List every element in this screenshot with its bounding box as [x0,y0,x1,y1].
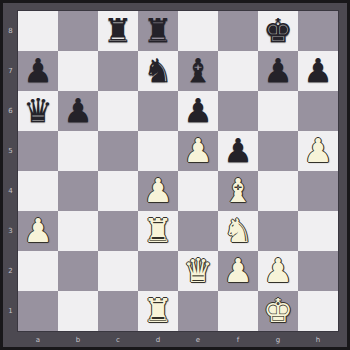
file-label-h: h [298,333,338,347]
square-g7[interactable]: ♟ [258,51,298,91]
square-b4[interactable] [58,171,98,211]
piece-white-pawn[interactable]: ♟ [218,251,258,291]
square-g8[interactable]: ♚ [258,11,298,51]
piece-black-queen[interactable]: ♛ [18,91,58,131]
square-c2[interactable] [98,251,138,291]
piece-white-bishop[interactable]: ♝ [218,171,258,211]
file-label-c: c [98,333,138,347]
piece-white-queen[interactable]: ♛ [178,251,218,291]
piece-black-pawn[interactable]: ♟ [18,51,58,91]
square-h2[interactable] [298,251,338,291]
square-d7[interactable]: ♞ [138,51,178,91]
square-f4[interactable]: ♝ [218,171,258,211]
rank-label-3: 3 [3,211,18,251]
square-c1[interactable] [98,291,138,331]
piece-black-knight[interactable]: ♞ [138,51,178,91]
rank-label-7: 7 [3,51,18,91]
piece-white-pawn[interactable]: ♟ [258,251,298,291]
piece-black-pawn[interactable]: ♟ [178,91,218,131]
rank-labels: 87654321 [3,11,18,331]
square-g3[interactable] [258,211,298,251]
rank-label-8: 8 [3,11,18,51]
piece-black-pawn[interactable]: ♟ [258,51,298,91]
piece-black-pawn[interactable]: ♟ [58,91,98,131]
file-label-b: b [58,333,98,347]
square-h4[interactable] [298,171,338,211]
rank-label-1: 1 [3,291,18,331]
piece-white-knight[interactable]: ♞ [218,211,258,251]
rank-label-6: 6 [3,91,18,131]
file-label-f: f [218,333,258,347]
square-h1[interactable] [298,291,338,331]
square-f8[interactable] [218,11,258,51]
square-g6[interactable] [258,91,298,131]
square-a7[interactable]: ♟ [18,51,58,91]
square-d2[interactable] [138,251,178,291]
square-a8[interactable] [18,11,58,51]
square-d1[interactable]: ♜ [138,291,178,331]
square-a1[interactable] [18,291,58,331]
square-c7[interactable] [98,51,138,91]
chess-board: ♜♜♚♟♞♝♟♟♛♟♟♟♟♟♟♝♟♜♞♛♟♟♜♚ [18,11,338,331]
piece-black-rook[interactable]: ♜ [98,11,138,51]
piece-black-rook[interactable]: ♜ [138,11,178,51]
piece-white-pawn[interactable]: ♟ [138,171,178,211]
piece-white-pawn[interactable]: ♟ [298,131,338,171]
square-e2[interactable]: ♛ [178,251,218,291]
square-f3[interactable]: ♞ [218,211,258,251]
square-d6[interactable] [138,91,178,131]
square-b8[interactable] [58,11,98,51]
square-f7[interactable] [218,51,258,91]
rank-label-2: 2 [3,251,18,291]
square-h6[interactable] [298,91,338,131]
square-a5[interactable] [18,131,58,171]
square-h7[interactable]: ♟ [298,51,338,91]
piece-white-rook[interactable]: ♜ [138,291,178,331]
square-e7[interactable]: ♝ [178,51,218,91]
square-c8[interactable]: ♜ [98,11,138,51]
square-g4[interactable] [258,171,298,211]
square-c3[interactable] [98,211,138,251]
square-a6[interactable]: ♛ [18,91,58,131]
square-h8[interactable] [298,11,338,51]
square-b1[interactable] [58,291,98,331]
square-e5[interactable]: ♟ [178,131,218,171]
square-a4[interactable] [18,171,58,211]
square-c4[interactable] [98,171,138,211]
square-g5[interactable] [258,131,298,171]
square-b3[interactable] [58,211,98,251]
square-g2[interactable]: ♟ [258,251,298,291]
square-f6[interactable] [218,91,258,131]
square-e4[interactable] [178,171,218,211]
piece-white-pawn[interactable]: ♟ [178,131,218,171]
piece-white-pawn[interactable]: ♟ [18,211,58,251]
square-c6[interactable] [98,91,138,131]
square-e3[interactable] [178,211,218,251]
square-e1[interactable] [178,291,218,331]
square-d4[interactable]: ♟ [138,171,178,211]
square-e6[interactable]: ♟ [178,91,218,131]
square-a2[interactable] [18,251,58,291]
square-b2[interactable] [58,251,98,291]
square-h5[interactable]: ♟ [298,131,338,171]
piece-black-king[interactable]: ♚ [258,11,298,51]
file-label-a: a [18,333,58,347]
square-b6[interactable]: ♟ [58,91,98,131]
square-h3[interactable] [298,211,338,251]
file-label-d: d [138,333,178,347]
square-d5[interactable] [138,131,178,171]
square-e8[interactable] [178,11,218,51]
square-b5[interactable] [58,131,98,171]
piece-white-king[interactable]: ♚ [258,291,298,331]
rank-label-5: 5 [3,131,18,171]
square-f1[interactable] [218,291,258,331]
square-g1[interactable]: ♚ [258,291,298,331]
square-c5[interactable] [98,131,138,171]
chess-board-frame: 87654321 abcdefgh ♜♜♚♟♞♝♟♟♛♟♟♟♟♟♟♝♟♜♞♛♟♟… [0,0,350,350]
piece-black-pawn[interactable]: ♟ [218,131,258,171]
square-d3[interactable]: ♜ [138,211,178,251]
piece-black-bishop[interactable]: ♝ [178,51,218,91]
square-a3[interactable]: ♟ [18,211,58,251]
square-b7[interactable] [58,51,98,91]
file-label-g: g [258,333,298,347]
rank-label-4: 4 [3,171,18,211]
piece-black-pawn[interactable]: ♟ [298,51,338,91]
square-f5[interactable]: ♟ [218,131,258,171]
piece-white-rook[interactable]: ♜ [138,211,178,251]
file-label-e: e [178,333,218,347]
square-d8[interactable]: ♜ [138,11,178,51]
square-f2[interactable]: ♟ [218,251,258,291]
file-labels: abcdefgh [18,333,338,347]
